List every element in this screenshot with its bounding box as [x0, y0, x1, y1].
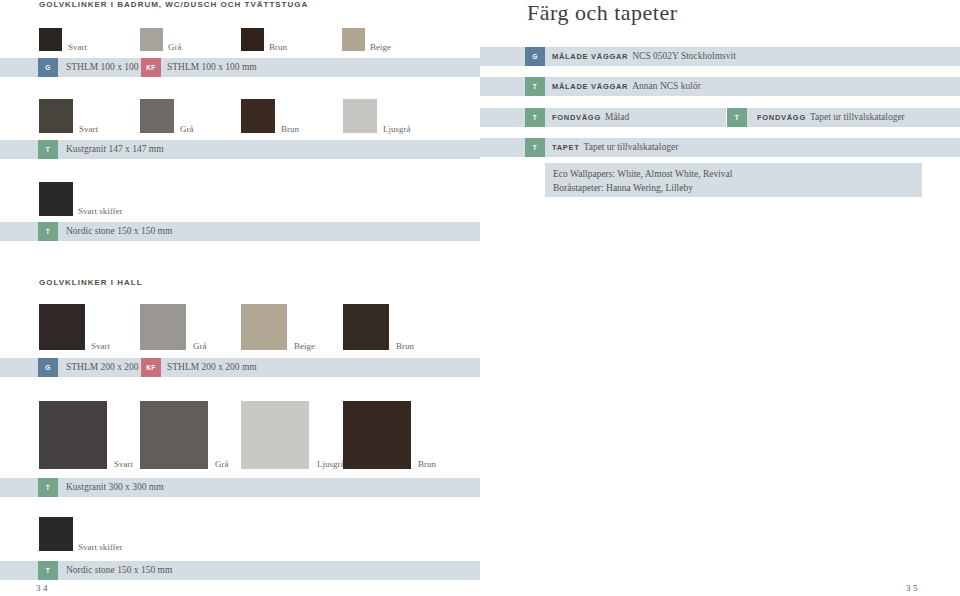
wallpaper-line: Eco Wallpapers: White, Almost White, Rev…	[553, 168, 922, 182]
badge-g: G	[38, 358, 58, 377]
row-value: NCS 0502Y Stockholmsvit	[632, 51, 736, 61]
tile-label: Svart	[79, 124, 98, 134]
page-number-left: 34	[36, 583, 50, 593]
tile-label: Grå	[215, 459, 229, 469]
badge-t: T	[525, 108, 545, 127]
spec-text: Nordic stone 150 x 150 mm	[66, 561, 172, 580]
spec-row-nordicstone: T Nordic stone 150 x 150 mm	[0, 222, 480, 241]
tile-swatch-brun	[343, 304, 389, 350]
tile-swatch-svart-skiffer	[39, 182, 73, 216]
wallpaper-line: Boråstapeter: Hanna Wering, Lilleby	[553, 182, 922, 196]
tile-label: Ljusgrå	[317, 459, 345, 469]
tile-label: Svart	[68, 42, 87, 52]
tile-swatch-beige	[241, 304, 287, 350]
row-category: MÅLADE VÄGGAR	[552, 52, 628, 61]
section-heading-hall: GOLVKLINKER I HALL	[39, 278, 143, 287]
row-text: MÅLADE VÄGGARAnnan NCS kulör	[552, 77, 701, 96]
row-category: FONDVÄGG	[552, 113, 601, 122]
brochure-spread: GOLVKLINKER I BADRUM, WC/DUSCH OCH TVÄTT…	[0, 0, 960, 596]
badge-g: G	[525, 47, 545, 66]
section-heading-badrum: GOLVKLINKER I BADRUM, WC/DUSCH OCH TVÄTT…	[39, 0, 308, 9]
tile-swatch-svart	[39, 99, 73, 133]
tile-label: Brun	[418, 459, 436, 469]
row-value: Annan NCS kulör	[632, 81, 701, 91]
color-row-fondvagg-tapet: T FONDVÄGGTapet ur tillvalskataloger	[727, 108, 960, 127]
tile-swatch-beige	[342, 28, 365, 51]
badge-kf: KF	[141, 358, 161, 377]
badge-t: T	[38, 140, 58, 159]
row-category: TAPET	[552, 143, 580, 152]
tile-label: Svart	[114, 459, 133, 469]
spec-text: STHLM 200 x 200 mm	[167, 358, 257, 377]
color-row-tapet: T TAPETTapet ur tillvalskataloger	[480, 138, 960, 157]
row-category: FONDVÄGG	[757, 113, 806, 122]
badge-t: T	[727, 108, 747, 127]
row-value: Målad	[605, 112, 629, 122]
spec-text: STHLM 100 x 100 mm	[167, 58, 257, 77]
badge-t: T	[38, 222, 58, 241]
tile-label: Grå	[180, 124, 194, 134]
tile-swatch-brun	[343, 401, 411, 469]
row-value: Tapet ur tillvalskataloger	[584, 142, 679, 152]
spec-row-nordicstone-hall: T Nordic stone 150 x 150 mm	[0, 561, 480, 580]
tile-label: Grå	[168, 42, 182, 52]
tile-swatch-svart	[39, 304, 85, 350]
tile-label: Brun	[281, 124, 299, 134]
row-category: MÅLADE VÄGGAR	[552, 82, 628, 91]
tile-label: Svart skiffer	[78, 206, 123, 216]
tile-swatch-ljusgra	[343, 99, 377, 133]
color-row-malade-vaggar-ncs: G MÅLADE VÄGGARNCS 0502Y Stockholmsvit	[480, 47, 960, 66]
tile-label: Beige	[294, 341, 315, 351]
tile-label: Beige	[370, 42, 391, 52]
row-text: MÅLADE VÄGGARNCS 0502Y Stockholmsvit	[552, 47, 736, 66]
tile-swatch-gra	[140, 304, 186, 350]
tile-swatch-brun	[241, 28, 264, 51]
tile-label: Grå	[193, 341, 207, 351]
spec-text: Nordic stone 150 x 150 mm	[66, 222, 172, 241]
color-row-malade-vaggar-annan: T MÅLADE VÄGGARAnnan NCS kulör	[480, 77, 960, 96]
spec-text: Kustgranit 147 x 147 mm	[66, 140, 164, 159]
tile-swatch-gra	[140, 99, 174, 133]
spec-row-kustgranit147: T Kustgranit 147 x 147 mm	[0, 140, 480, 159]
tile-label: Svart skiffer	[78, 542, 123, 552]
tile-label: Brun	[269, 42, 287, 52]
tile-swatch-brun	[241, 99, 275, 133]
tile-swatch-svart	[39, 28, 62, 51]
color-row-fondvagg-malad: T FONDVÄGGMålad	[480, 108, 726, 127]
page-title: Färg och tapeter	[527, 0, 678, 26]
row-text: TAPETTapet ur tillvalskataloger	[552, 138, 678, 157]
badge-kf: KF	[141, 58, 161, 77]
tile-swatch-gra	[140, 28, 163, 51]
tile-swatch-ljusgra	[241, 401, 309, 469]
tile-label: Brun	[396, 341, 414, 351]
wallpaper-options-box: Eco Wallpapers: White, Almost White, Rev…	[545, 163, 922, 197]
spec-row-kustgranit300: T Kustgranit 300 x 300 mm	[0, 478, 480, 497]
tile-swatch-svart	[39, 401, 107, 469]
tile-label: Svart	[91, 341, 110, 351]
page-number-right: 35	[906, 583, 920, 593]
row-text: FONDVÄGGMålad	[552, 108, 629, 127]
row-text: FONDVÄGGTapet ur tillvalskataloger	[757, 108, 905, 127]
badge-t: T	[525, 138, 545, 157]
tile-swatch-gra	[140, 401, 208, 469]
badge-g: G	[38, 58, 58, 77]
badge-t: T	[38, 478, 58, 497]
spec-row-sthlm200: G STHLM 200 x 200 mm KF STHLM 200 x 200 …	[0, 358, 480, 377]
tile-label: Ljusgrå	[383, 124, 411, 134]
spec-text: Kustgranit 300 x 300 mm	[66, 478, 164, 497]
badge-t: T	[525, 77, 545, 96]
spec-row-sthlm100: G STHLM 100 x 100 mm KF STHLM 100 x 100 …	[0, 58, 480, 77]
row-value: Tapet ur tillvalskataloger	[810, 112, 905, 122]
tile-swatch-svart-skiffer	[39, 517, 73, 551]
badge-t: T	[38, 561, 58, 580]
